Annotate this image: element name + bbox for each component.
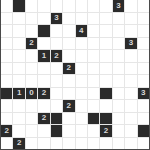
cell-r9c1[interactable] <box>13 113 24 125</box>
cell-r2c5[interactable] <box>63 25 74 37</box>
cell-r11c5[interactable] <box>63 138 74 150</box>
cell-r4c2[interactable] <box>26 50 37 62</box>
cell-r1c6[interactable] <box>76 13 87 25</box>
cell-r0c5[interactable] <box>63 0 74 12</box>
cell-r5c11[interactable] <box>138 63 149 75</box>
cell-r7c10[interactable] <box>125 88 136 100</box>
cell-r7c2[interactable]: 0 <box>26 88 37 100</box>
cell-r1c10[interactable] <box>125 13 136 25</box>
cell-r10c9[interactable] <box>113 125 124 137</box>
mosaic-board: 33423122102322222 <box>0 0 150 150</box>
cell-r3c8[interactable] <box>100 38 111 50</box>
cell-r0c6[interactable] <box>76 0 87 12</box>
cell-r5c9[interactable] <box>113 63 124 75</box>
cell-r6c2[interactable] <box>26 75 37 87</box>
cell-r2c11[interactable] <box>138 25 149 37</box>
cell-r0c0[interactable] <box>1 0 12 12</box>
cell-r4c10[interactable] <box>125 50 136 62</box>
cell-r11c3[interactable] <box>38 138 49 150</box>
cell-r3c1[interactable] <box>13 38 24 50</box>
cell-r4c8[interactable] <box>100 50 111 62</box>
cell-r8c9[interactable] <box>113 100 124 112</box>
cell-r7c7[interactable] <box>88 88 99 100</box>
cell-r7c1[interactable]: 1 <box>13 88 24 100</box>
cell-r6c7[interactable] <box>88 75 99 87</box>
cell-r6c8[interactable] <box>100 75 111 87</box>
cell-r6c1[interactable] <box>13 75 24 87</box>
cell-r2c3[interactable] <box>38 25 49 37</box>
cell-r2c10[interactable] <box>125 25 136 37</box>
cell-r10c8[interactable]: 2 <box>100 125 111 137</box>
cell-r11c7[interactable] <box>88 138 99 150</box>
cell-r0c8[interactable] <box>100 0 111 12</box>
cell-r5c0[interactable] <box>1 63 12 75</box>
cell-r4c9[interactable] <box>113 50 124 62</box>
cell-r2c1[interactable] <box>13 25 24 37</box>
cell-r3c10[interactable]: 3 <box>125 38 136 50</box>
cell-r4c4[interactable]: 2 <box>51 50 62 62</box>
cell-r1c5[interactable] <box>63 13 74 25</box>
cell-r4c6[interactable] <box>76 50 87 62</box>
cell-r5c6[interactable] <box>76 63 87 75</box>
cell-r6c6[interactable] <box>76 75 87 87</box>
cell-r9c7[interactable] <box>88 113 99 125</box>
cell-r5c3[interactable] <box>38 63 49 75</box>
cell-r11c10[interactable] <box>125 138 136 150</box>
cell-r2c7[interactable] <box>88 25 99 37</box>
cell-r4c1[interactable] <box>13 50 24 62</box>
cell-r2c0[interactable] <box>1 25 12 37</box>
cell-r0c1[interactable] <box>13 0 24 12</box>
cell-r11c11[interactable] <box>138 138 149 150</box>
cell-r11c4[interactable] <box>51 138 62 150</box>
cell-r10c0[interactable]: 2 <box>1 125 12 137</box>
cell-r8c5[interactable]: 2 <box>63 100 74 112</box>
cell-r9c5[interactable] <box>63 113 74 125</box>
cell-r11c0[interactable] <box>1 138 12 150</box>
cell-r4c7[interactable] <box>88 50 99 62</box>
cell-r7c4[interactable] <box>51 88 62 100</box>
cell-r0c10[interactable] <box>125 0 136 12</box>
cell-r5c2[interactable] <box>26 63 37 75</box>
cell-r9c11[interactable] <box>138 113 149 125</box>
cell-r6c5[interactable] <box>63 75 74 87</box>
cell-r8c1[interactable] <box>13 100 24 112</box>
cell-r5c7[interactable] <box>88 63 99 75</box>
cell-r2c2[interactable] <box>26 25 37 37</box>
cell-r8c4[interactable] <box>51 100 62 112</box>
cell-r9c3[interactable]: 2 <box>38 113 49 125</box>
cell-r10c1[interactable] <box>13 125 24 137</box>
cell-r6c0[interactable] <box>1 75 12 87</box>
cell-r0c2[interactable] <box>26 0 37 12</box>
cell-r4c5[interactable] <box>63 50 74 62</box>
cell-r7c3[interactable]: 2 <box>38 88 49 100</box>
cell-r9c8[interactable] <box>100 113 111 125</box>
cell-r2c4[interactable] <box>51 25 62 37</box>
cell-r8c0[interactable] <box>1 100 12 112</box>
cell-r3c5[interactable] <box>63 38 74 50</box>
cell-r3c2[interactable]: 2 <box>26 38 37 50</box>
cell-r10c5[interactable] <box>63 125 74 137</box>
cell-r9c0[interactable] <box>1 113 12 125</box>
cell-r10c10[interactable] <box>125 125 136 137</box>
cell-r11c6[interactable] <box>76 138 87 150</box>
cell-r8c2[interactable] <box>26 100 37 112</box>
cell-r9c6[interactable] <box>76 113 87 125</box>
cell-r5c5[interactable]: 2 <box>63 63 74 75</box>
cell-r10c6[interactable] <box>76 125 87 137</box>
cell-r3c6[interactable] <box>76 38 87 50</box>
cell-r3c4[interactable] <box>51 38 62 50</box>
cell-r2c6[interactable]: 4 <box>76 25 87 37</box>
cell-r1c7[interactable] <box>88 13 99 25</box>
cell-r1c8[interactable] <box>100 13 111 25</box>
cell-r1c9[interactable] <box>113 13 124 25</box>
cell-r4c0[interactable] <box>1 50 12 62</box>
cell-r8c10[interactable] <box>125 100 136 112</box>
cell-r10c11[interactable] <box>138 125 149 137</box>
cell-r11c1[interactable]: 2 <box>13 138 24 150</box>
cell-r5c10[interactable] <box>125 63 136 75</box>
cell-r10c4[interactable] <box>51 125 62 137</box>
cell-r4c3[interactable]: 1 <box>38 50 49 62</box>
cell-r8c8[interactable] <box>100 100 111 112</box>
cell-r9c9[interactable] <box>113 113 124 125</box>
cell-r3c11[interactable] <box>138 38 149 50</box>
cell-r0c7[interactable] <box>88 0 99 12</box>
cell-r8c3[interactable] <box>38 100 49 112</box>
cell-r6c10[interactable] <box>125 75 136 87</box>
cell-r5c4[interactable] <box>51 63 62 75</box>
cell-r10c2[interactable] <box>26 125 37 137</box>
cell-r10c3[interactable] <box>38 125 49 137</box>
cell-r5c8[interactable] <box>100 63 111 75</box>
cell-r7c11[interactable]: 3 <box>138 88 149 100</box>
cell-r2c9[interactable] <box>113 25 124 37</box>
cell-r0c9[interactable]: 3 <box>113 0 124 12</box>
cell-r7c9[interactable] <box>113 88 124 100</box>
cell-r1c0[interactable] <box>1 13 12 25</box>
cell-r6c3[interactable] <box>38 75 49 87</box>
cell-r5c1[interactable] <box>13 63 24 75</box>
cell-r3c9[interactable] <box>113 38 124 50</box>
cell-r7c6[interactable] <box>76 88 87 100</box>
cell-r9c2[interactable] <box>26 113 37 125</box>
cell-r7c5[interactable] <box>63 88 74 100</box>
cell-r9c4[interactable] <box>51 113 62 125</box>
cell-r1c11[interactable] <box>138 13 149 25</box>
puzzle-area: 33423122102322222 <box>0 0 150 150</box>
cell-r2c8[interactable] <box>100 25 111 37</box>
cell-r6c9[interactable] <box>113 75 124 87</box>
cell-r1c3[interactable] <box>38 13 49 25</box>
cell-r1c1[interactable] <box>13 13 24 25</box>
cell-r1c4[interactable]: 3 <box>51 13 62 25</box>
cell-r3c3[interactable] <box>38 38 49 50</box>
cell-r3c0[interactable] <box>1 38 12 50</box>
cell-r9c10[interactable] <box>125 113 136 125</box>
cell-r1c2[interactable] <box>26 13 37 25</box>
cell-r0c3[interactable] <box>38 0 49 12</box>
cell-r3c7[interactable] <box>88 38 99 50</box>
cell-r8c7[interactable] <box>88 100 99 112</box>
cell-r11c2[interactable] <box>26 138 37 150</box>
cell-r11c8[interactable] <box>100 138 111 150</box>
cell-r7c8[interactable] <box>100 88 111 100</box>
cell-r7c0[interactable] <box>1 88 12 100</box>
cell-r0c4[interactable] <box>51 0 62 12</box>
cell-r6c4[interactable] <box>51 75 62 87</box>
cell-r10c7[interactable] <box>88 125 99 137</box>
cell-r4c11[interactable] <box>138 50 149 62</box>
cell-r6c11[interactable] <box>138 75 149 87</box>
cell-r11c9[interactable] <box>113 138 124 150</box>
cell-r0c11[interactable] <box>138 0 149 12</box>
cell-r8c6[interactable] <box>76 100 87 112</box>
cell-r8c11[interactable] <box>138 100 149 112</box>
